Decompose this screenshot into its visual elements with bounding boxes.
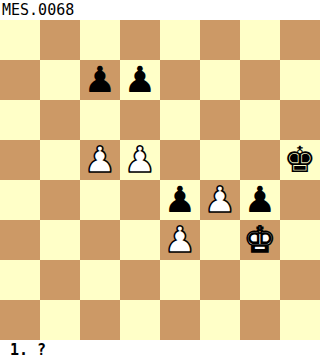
square-g2[interactable] [240,260,280,300]
puzzle-title: MES.0068 [0,0,320,20]
square-h5[interactable]: ♚ [280,140,320,180]
square-f8[interactable] [200,20,240,60]
square-a3[interactable] [0,220,40,260]
square-g6[interactable] [240,100,280,140]
black-pawn[interactable]: ♟ [84,60,116,100]
square-h7[interactable] [280,60,320,100]
square-d8[interactable] [120,20,160,60]
square-e1[interactable] [160,300,200,340]
square-b2[interactable] [40,260,80,300]
square-f2[interactable] [200,260,240,300]
square-c8[interactable] [80,20,120,60]
square-a5[interactable] [0,140,40,180]
square-g7[interactable] [240,60,280,100]
square-h2[interactable] [280,260,320,300]
square-f7[interactable] [200,60,240,100]
square-a6[interactable] [0,100,40,140]
square-a8[interactable] [0,20,40,60]
square-d6[interactable] [120,100,160,140]
white-pawn[interactable]: ♟ [164,220,196,260]
move-prompt: 1. ? [0,340,320,360]
square-d7[interactable]: ♟ [120,60,160,100]
square-h3[interactable] [280,220,320,260]
square-e6[interactable] [160,100,200,140]
square-b3[interactable] [40,220,80,260]
square-h6[interactable] [280,100,320,140]
square-e2[interactable] [160,260,200,300]
square-g3[interactable]: ♚ [240,220,280,260]
black-pawn[interactable]: ♟ [244,180,276,220]
white-pawn[interactable]: ♟ [84,140,116,180]
square-g4[interactable]: ♟ [240,180,280,220]
white-king[interactable]: ♚ [244,220,276,260]
square-d2[interactable] [120,260,160,300]
square-c6[interactable] [80,100,120,140]
square-h1[interactable] [280,300,320,340]
square-a7[interactable] [0,60,40,100]
square-f6[interactable] [200,100,240,140]
black-pawn[interactable]: ♟ [164,180,196,220]
square-e8[interactable] [160,20,200,60]
square-b6[interactable] [40,100,80,140]
square-d4[interactable] [120,180,160,220]
square-h8[interactable] [280,20,320,60]
square-e3[interactable]: ♟ [160,220,200,260]
chess-board: ♟♟♟♟♚♟♟♟♟♚ [0,20,320,340]
square-a2[interactable] [0,260,40,300]
square-f3[interactable] [200,220,240,260]
white-pawn[interactable]: ♟ [124,140,156,180]
square-e4[interactable]: ♟ [160,180,200,220]
square-g5[interactable] [240,140,280,180]
square-f1[interactable] [200,300,240,340]
square-e5[interactable] [160,140,200,180]
square-a1[interactable] [0,300,40,340]
square-g8[interactable] [240,20,280,60]
square-c1[interactable] [80,300,120,340]
square-c2[interactable] [80,260,120,300]
square-b8[interactable] [40,20,80,60]
white-pawn[interactable]: ♟ [204,180,236,220]
square-f4[interactable]: ♟ [200,180,240,220]
square-b1[interactable] [40,300,80,340]
square-h4[interactable] [280,180,320,220]
square-f5[interactable] [200,140,240,180]
square-b7[interactable] [40,60,80,100]
square-b4[interactable] [40,180,80,220]
square-c5[interactable]: ♟ [80,140,120,180]
square-d3[interactable] [120,220,160,260]
black-pawn[interactable]: ♟ [124,60,156,100]
square-d1[interactable] [120,300,160,340]
black-king[interactable]: ♚ [284,140,316,180]
square-c7[interactable]: ♟ [80,60,120,100]
square-d5[interactable]: ♟ [120,140,160,180]
square-b5[interactable] [40,140,80,180]
square-e7[interactable] [160,60,200,100]
square-g1[interactable] [240,300,280,340]
square-c3[interactable] [80,220,120,260]
square-a4[interactable] [0,180,40,220]
square-c4[interactable] [80,180,120,220]
